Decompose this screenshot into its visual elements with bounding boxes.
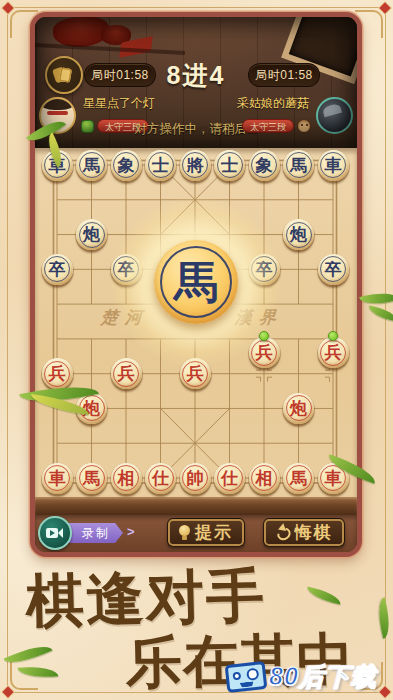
piece-black-車[interactable]: 車: [318, 150, 349, 181]
piece-red-兵[interactable]: 兵: [249, 337, 280, 368]
piece-red-馬[interactable]: 馬: [283, 463, 314, 494]
leaf-decoration: [4, 638, 53, 670]
leaf-decoration: [305, 586, 343, 604]
corner-gem-icon: [2, 2, 13, 13]
player-left-name: 星星点了个灯: [83, 95, 155, 112]
piece-black-車[interactable]: 車: [42, 150, 73, 181]
app-screenshot: 局时01:58 8进4 局时01:58 星星点了个灯 太守三段 对方操作中，请稍…: [0, 0, 393, 700]
piece-black-象[interactable]: 象: [249, 150, 280, 181]
piece-red-相[interactable]: 相: [111, 463, 142, 494]
piece-black-卒[interactable]: 卒: [318, 254, 349, 285]
leaf-decoration: [373, 597, 393, 639]
piece-red-車[interactable]: 車: [42, 463, 73, 494]
hint-dot: [328, 331, 338, 341]
wood-header: 局时01:58 8进4 局时01:58 星星点了个灯 太守三段 对方操作中，请稍…: [35, 17, 357, 148]
monkey-icon: [297, 119, 311, 133]
corner-gem-icon: [379, 686, 390, 697]
corner-gem-icon: [2, 686, 13, 697]
piece-black-炮[interactable]: 炮: [76, 219, 107, 250]
player-right-avatar[interactable]: [316, 97, 353, 134]
piece-black-馬[interactable]: 馬: [76, 150, 107, 181]
watermark-text: 80后下载: [269, 660, 377, 693]
video-camera-icon: [46, 527, 64, 539]
player-right-rank-badge: 太守三段: [242, 119, 294, 133]
piece-black-卒[interactable]: 卒: [111, 254, 142, 285]
game-screen: 局时01:58 8进4 局时01:58 星星点了个灯 太守三段 对方操作中，请稍…: [30, 12, 362, 557]
piece-black-象[interactable]: 象: [111, 150, 142, 181]
cassette-icon: [225, 660, 268, 692]
hint-button[interactable]: 提示: [167, 518, 245, 547]
calligraphy-line-1: 棋逢对手: [25, 557, 267, 641]
bulb-icon: [179, 525, 190, 540]
piece-black-士[interactable]: 士: [145, 150, 176, 181]
piece-red-炮[interactable]: 炮: [76, 393, 107, 424]
player-right-badges: 太守三段: [242, 119, 311, 133]
piece-red-兵[interactable]: 兵: [180, 358, 211, 389]
piece-red-兵[interactable]: 兵: [42, 358, 73, 389]
table-edge-decoration: [35, 43, 185, 55]
piece-black-士[interactable]: 士: [214, 150, 245, 181]
piece-red-兵[interactable]: 兵: [318, 337, 349, 368]
piece-black-馬[interactable]: 馬: [283, 150, 314, 181]
player-right-name: 采姑娘的蘑菇: [237, 95, 309, 112]
undo-button[interactable]: 悔棋: [263, 518, 345, 547]
corner-gem-icon: [379, 2, 390, 13]
chevron-right-icon: >: [127, 524, 135, 539]
corner-ornament: [10, 662, 38, 690]
record-button[interactable]: [38, 516, 72, 550]
bottom-toolbar: 录制 > 提示 悔棋: [35, 515, 357, 552]
hint-button-label: 提示: [195, 521, 233, 544]
undo-button-label: 悔棋: [295, 521, 333, 544]
hint-dot: [259, 331, 269, 341]
piece-red-相[interactable]: 相: [249, 463, 280, 494]
board-edge-lip: [35, 497, 357, 515]
piece-red-兵[interactable]: 兵: [111, 358, 142, 389]
piece-red-仕[interactable]: 仕: [214, 463, 245, 494]
piece-black-將[interactable]: 將: [180, 150, 211, 181]
piece-black-炮[interactable]: 炮: [283, 219, 314, 250]
piece-red-馬[interactable]: 馬: [76, 463, 107, 494]
watermark: 80后下载: [226, 660, 377, 693]
leaf-decoration: [359, 287, 393, 309]
undo-arrow-icon: [276, 526, 290, 539]
piece-red-車[interactable]: 車: [318, 463, 349, 494]
piece-red-仕[interactable]: 仕: [145, 463, 176, 494]
piece-black-卒[interactable]: 卒: [42, 254, 73, 285]
leaf-decoration: [367, 305, 393, 321]
enlarged-horse-piece: 馬: [154, 240, 238, 324]
timer-right: 局时01:58: [248, 63, 320, 87]
piece-red-帥[interactable]: 帥: [180, 463, 211, 494]
piece-red-炮[interactable]: 炮: [283, 393, 314, 424]
piece-black-卒[interactable]: 卒: [249, 254, 280, 285]
leaf-decoration: [18, 664, 59, 679]
xiangqi-board[interactable]: 楚河 漢界 車馬象士將士象馬車炮炮卒卒卒卒卒兵兵兵兵兵炮炮車馬相仕帥仕相馬車 馬: [35, 148, 357, 497]
